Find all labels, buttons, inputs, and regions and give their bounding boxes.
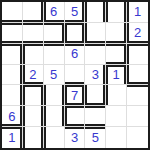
cell-r4c6[interactable]: 1 [106, 65, 127, 86]
cell-r6c1[interactable]: 6 [2, 106, 23, 127]
cell-r1c7[interactable]: 1 [127, 2, 148, 23]
puzzle-stage: 65126253176135 [0, 0, 150, 150]
cell-r3c1[interactable] [2, 44, 23, 65]
cell-r6c6[interactable] [106, 106, 127, 127]
cell-r3c2[interactable] [23, 44, 44, 65]
cell-r5c1[interactable] [2, 85, 23, 106]
cell-r3c5[interactable] [85, 44, 106, 65]
cell-r7c1[interactable]: 1 [2, 127, 23, 148]
cell-r2c5[interactable] [85, 23, 106, 44]
cell-r5c2[interactable] [23, 85, 44, 106]
cell-r3c4[interactable]: 6 [65, 44, 86, 65]
cell-r7c2[interactable] [23, 127, 44, 148]
cell-r6c7[interactable] [127, 106, 148, 127]
cell-r5c6[interactable] [106, 85, 127, 106]
cell-r7c4[interactable]: 3 [65, 127, 86, 148]
cell-r6c5[interactable] [85, 106, 106, 127]
cell-r4c4[interactable] [65, 65, 86, 86]
cell-r4c7[interactable] [127, 65, 148, 86]
cell-r3c7[interactable] [127, 44, 148, 65]
cell-r1c2[interactable] [23, 2, 44, 23]
cell-r7c5[interactable]: 5 [85, 127, 106, 148]
cell-r6c2[interactable] [23, 106, 44, 127]
cell-r7c7[interactable] [127, 127, 148, 148]
cell-r2c6[interactable] [106, 23, 127, 44]
cell-r2c4[interactable] [65, 23, 86, 44]
cell-r1c1[interactable] [2, 2, 23, 23]
cell-r5c4[interactable]: 7 [65, 85, 86, 106]
cell-r1c5[interactable] [85, 2, 106, 23]
cell-r1c4[interactable]: 5 [65, 2, 86, 23]
cell-r4c5[interactable]: 3 [85, 65, 106, 86]
cell-r2c7[interactable]: 2 [127, 23, 148, 44]
board: 65126253176135 [0, 0, 150, 150]
cell-r6c3[interactable] [44, 106, 65, 127]
cell-r6c4[interactable] [65, 106, 86, 127]
cell-r7c3[interactable] [44, 127, 65, 148]
cell-r1c3[interactable]: 6 [44, 2, 65, 23]
cell-r5c5[interactable] [85, 85, 106, 106]
cell-r2c2[interactable] [23, 23, 44, 44]
cell-r3c6[interactable] [106, 44, 127, 65]
cell-r2c3[interactable] [44, 23, 65, 44]
cell-r4c3[interactable]: 5 [44, 65, 65, 86]
cell-r4c1[interactable] [2, 65, 23, 86]
cell-r7c6[interactable] [106, 127, 127, 148]
cell-r1c6[interactable] [106, 2, 127, 23]
cell-r3c3[interactable] [44, 44, 65, 65]
cell-r2c1[interactable] [2, 23, 23, 44]
cell-r5c7[interactable] [127, 85, 148, 106]
cell-r5c3[interactable] [44, 85, 65, 106]
cell-r4c2[interactable]: 2 [23, 65, 44, 86]
